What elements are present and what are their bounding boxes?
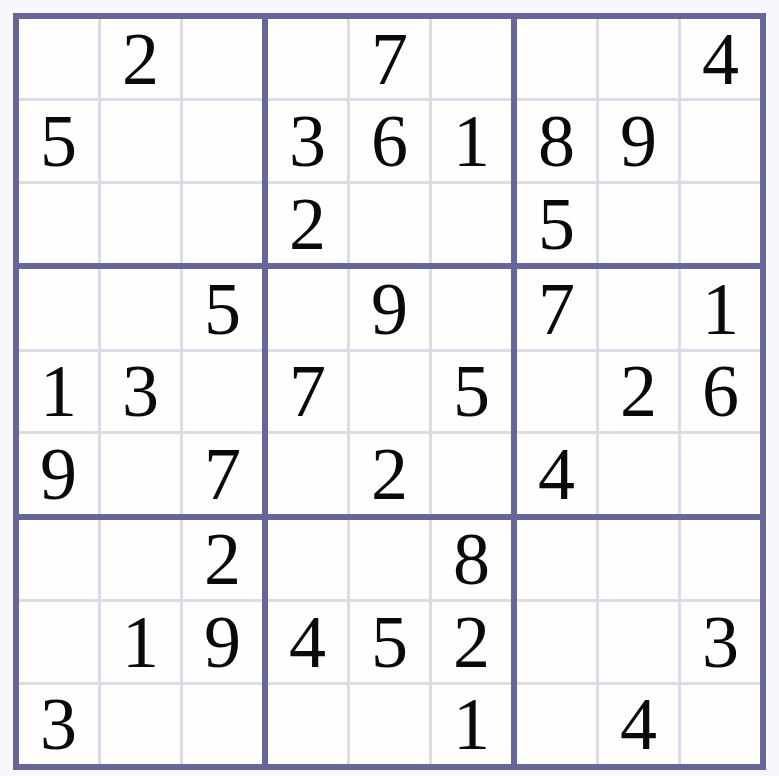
cell-r3c1[interactable]: [19, 184, 98, 263]
cell-r2c7[interactable]: 8: [517, 101, 596, 180]
cell-r7c8[interactable]: [599, 520, 678, 599]
cell-r7c6[interactable]: 8: [432, 520, 511, 599]
cell-r2c9[interactable]: [681, 101, 760, 180]
cell-r8c4[interactable]: 4: [268, 602, 347, 681]
cell-r8c9[interactable]: 3: [681, 602, 760, 681]
cell-r1c1[interactable]: [19, 19, 98, 98]
cell-r6c7[interactable]: 4: [517, 434, 596, 513]
cell-r3c9[interactable]: [681, 184, 760, 263]
cell-r1c4[interactable]: [268, 19, 347, 98]
cell-r1c2[interactable]: 2: [101, 19, 180, 98]
box-2-2: 34: [517, 520, 760, 764]
cell-r3c2[interactable]: [101, 184, 180, 263]
box-2-0: 2193: [19, 520, 262, 764]
cell-r7c7[interactable]: [517, 520, 596, 599]
cell-r5c5[interactable]: [350, 352, 429, 431]
cell-r5c1[interactable]: 1: [19, 352, 98, 431]
cell-r3c5[interactable]: [350, 184, 429, 263]
sudoku-board: 257361248955139797527126421938452134: [13, 13, 766, 770]
cell-r2c2[interactable]: [101, 101, 180, 180]
cell-r9c4[interactable]: [268, 685, 347, 764]
box-0-1: 73612: [268, 19, 511, 263]
box-1-0: 51397: [19, 269, 262, 513]
cell-r9c9[interactable]: [681, 685, 760, 764]
cell-r9c6[interactable]: 1: [432, 685, 511, 764]
cell-r5c2[interactable]: 3: [101, 352, 180, 431]
cell-r7c3[interactable]: 2: [183, 520, 262, 599]
cell-r2c8[interactable]: 9: [599, 101, 678, 180]
cell-r5c7[interactable]: [517, 352, 596, 431]
cell-r3c3[interactable]: [183, 184, 262, 263]
cell-r1c3[interactable]: [183, 19, 262, 98]
cell-r5c9[interactable]: 6: [681, 352, 760, 431]
cell-r6c3[interactable]: 7: [183, 434, 262, 513]
cell-r9c7[interactable]: [517, 685, 596, 764]
cell-r5c4[interactable]: 7: [268, 352, 347, 431]
cell-r3c4[interactable]: 2: [268, 184, 347, 263]
cell-r4c8[interactable]: [599, 269, 678, 348]
cell-r1c5[interactable]: 7: [350, 19, 429, 98]
cell-r9c1[interactable]: 3: [19, 685, 98, 764]
cell-r7c9[interactable]: [681, 520, 760, 599]
cell-r5c3[interactable]: [183, 352, 262, 431]
cell-r8c5[interactable]: 5: [350, 602, 429, 681]
cell-r5c6[interactable]: 5: [432, 352, 511, 431]
box-1-2: 71264: [517, 269, 760, 513]
cell-r7c1[interactable]: [19, 520, 98, 599]
cell-r4c1[interactable]: [19, 269, 98, 348]
cell-r6c8[interactable]: [599, 434, 678, 513]
cell-r1c6[interactable]: [432, 19, 511, 98]
cell-r6c5[interactable]: 2: [350, 434, 429, 513]
cell-r4c5[interactable]: 9: [350, 269, 429, 348]
cell-r2c1[interactable]: 5: [19, 101, 98, 180]
cell-r8c2[interactable]: 1: [101, 602, 180, 681]
cell-r6c4[interactable]: [268, 434, 347, 513]
cell-r9c2[interactable]: [101, 685, 180, 764]
cell-r9c8[interactable]: 4: [599, 685, 678, 764]
cell-r7c5[interactable]: [350, 520, 429, 599]
cell-r4c9[interactable]: 1: [681, 269, 760, 348]
cell-r8c7[interactable]: [517, 602, 596, 681]
cell-r2c6[interactable]: 1: [432, 101, 511, 180]
cell-r7c4[interactable]: [268, 520, 347, 599]
cell-r3c8[interactable]: [599, 184, 678, 263]
cell-r1c9[interactable]: 4: [681, 19, 760, 98]
cell-r4c4[interactable]: [268, 269, 347, 348]
cell-r2c4[interactable]: 3: [268, 101, 347, 180]
cell-r8c3[interactable]: 9: [183, 602, 262, 681]
cell-r4c3[interactable]: 5: [183, 269, 262, 348]
cell-r8c6[interactable]: 2: [432, 602, 511, 681]
cell-r7c2[interactable]: [101, 520, 180, 599]
cell-r6c1[interactable]: 9: [19, 434, 98, 513]
cell-r6c9[interactable]: [681, 434, 760, 513]
cell-r8c1[interactable]: [19, 602, 98, 681]
cell-r4c7[interactable]: 7: [517, 269, 596, 348]
cell-r9c5[interactable]: [350, 685, 429, 764]
cell-r4c2[interactable]: [101, 269, 180, 348]
cell-r4c6[interactable]: [432, 269, 511, 348]
cell-r6c2[interactable]: [101, 434, 180, 513]
cell-r5c8[interactable]: 2: [599, 352, 678, 431]
box-0-2: 4895: [517, 19, 760, 263]
cell-r8c8[interactable]: [599, 602, 678, 681]
box-1-1: 9752: [268, 269, 511, 513]
cell-r2c5[interactable]: 6: [350, 101, 429, 180]
cell-r3c7[interactable]: 5: [517, 184, 596, 263]
cell-r1c8[interactable]: [599, 19, 678, 98]
cell-r2c3[interactable]: [183, 101, 262, 180]
cell-r9c3[interactable]: [183, 685, 262, 764]
box-0-0: 25: [19, 19, 262, 263]
box-2-1: 84521: [268, 520, 511, 764]
cell-r3c6[interactable]: [432, 184, 511, 263]
cell-r6c6[interactable]: [432, 434, 511, 513]
cell-r1c7[interactable]: [517, 19, 596, 98]
